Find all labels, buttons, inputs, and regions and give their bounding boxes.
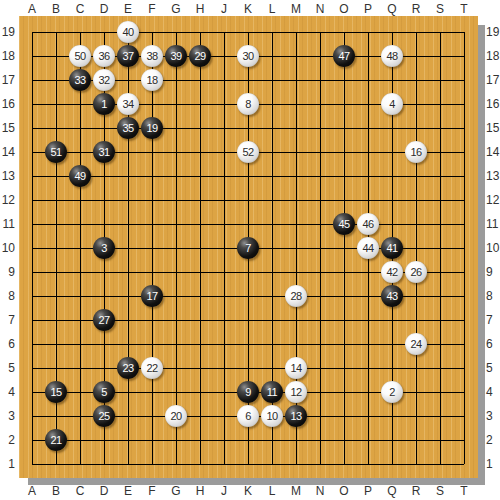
board-point-N3[interactable] xyxy=(308,404,332,428)
board-point-P12[interactable] xyxy=(356,188,380,212)
board-point-Q4[interactable]: 2 xyxy=(380,380,404,404)
board-point-T1[interactable] xyxy=(452,452,476,476)
stone-white-40-E19[interactable]: 40 xyxy=(117,21,139,43)
stone-black-49-C13[interactable]: 49 xyxy=(69,165,91,187)
board-point-K18[interactable]: 30 xyxy=(236,44,260,68)
stone-black-7-K10[interactable]: 7 xyxy=(237,237,259,259)
board-point-N11[interactable] xyxy=(308,212,332,236)
board-point-T2[interactable] xyxy=(452,428,476,452)
board-point-C18[interactable]: 50 xyxy=(68,44,92,68)
board-point-S19[interactable] xyxy=(428,20,452,44)
board-point-T10[interactable] xyxy=(452,236,476,260)
board-point-O3[interactable] xyxy=(332,404,356,428)
board-point-D16[interactable]: 1 xyxy=(92,92,116,116)
board-point-T18[interactable] xyxy=(452,44,476,68)
board-point-B18[interactable] xyxy=(44,44,68,68)
stone-white-36-D18[interactable]: 36 xyxy=(93,45,115,67)
board-point-R14[interactable]: 16 xyxy=(404,140,428,164)
board-point-L17[interactable] xyxy=(260,68,284,92)
stone-white-4-Q16[interactable]: 4 xyxy=(381,93,403,115)
stone-white-42-Q9[interactable]: 42 xyxy=(381,261,403,283)
board-point-M10[interactable] xyxy=(284,236,308,260)
board-point-N17[interactable] xyxy=(308,68,332,92)
board-point-R12[interactable] xyxy=(404,188,428,212)
board-point-O13[interactable] xyxy=(332,164,356,188)
board-point-A15[interactable] xyxy=(20,116,44,140)
board-point-J13[interactable] xyxy=(212,164,236,188)
board-point-J7[interactable] xyxy=(212,308,236,332)
board-point-E18[interactable]: 37 xyxy=(116,44,140,68)
stone-white-22-F5[interactable]: 22 xyxy=(141,357,163,379)
board-point-N5[interactable] xyxy=(308,356,332,380)
board-point-A11[interactable] xyxy=(20,212,44,236)
stone-black-51-B14[interactable]: 51 xyxy=(45,141,67,163)
board-point-L19[interactable] xyxy=(260,20,284,44)
stone-black-39-G18[interactable]: 39 xyxy=(165,45,187,67)
board-point-L18[interactable] xyxy=(260,44,284,68)
board-point-Q17[interactable] xyxy=(380,68,404,92)
board-point-H15[interactable] xyxy=(188,116,212,140)
board-point-L1[interactable] xyxy=(260,452,284,476)
board-point-G14[interactable] xyxy=(164,140,188,164)
board-point-O2[interactable] xyxy=(332,428,356,452)
board-point-E10[interactable] xyxy=(116,236,140,260)
stone-black-11-L4[interactable]: 11 xyxy=(261,381,283,403)
board-point-M12[interactable] xyxy=(284,188,308,212)
board-point-G4[interactable] xyxy=(164,380,188,404)
board-point-T9[interactable] xyxy=(452,260,476,284)
board-point-P4[interactable] xyxy=(356,380,380,404)
stone-white-28-M8[interactable]: 28 xyxy=(285,285,307,307)
stone-white-32-D17[interactable]: 32 xyxy=(93,69,115,91)
board-point-H8[interactable] xyxy=(188,284,212,308)
board-point-F1[interactable] xyxy=(140,452,164,476)
board-point-A18[interactable] xyxy=(20,44,44,68)
board-point-P1[interactable] xyxy=(356,452,380,476)
board-point-T15[interactable] xyxy=(452,116,476,140)
board-point-M19[interactable] xyxy=(284,20,308,44)
board-point-E15[interactable]: 35 xyxy=(116,116,140,140)
board-point-B4[interactable]: 15 xyxy=(44,380,68,404)
board-point-A2[interactable] xyxy=(20,428,44,452)
board-point-D8[interactable] xyxy=(92,284,116,308)
board-point-S12[interactable] xyxy=(428,188,452,212)
board-point-M5[interactable]: 14 xyxy=(284,356,308,380)
board-point-E7[interactable] xyxy=(116,308,140,332)
board-point-O9[interactable] xyxy=(332,260,356,284)
board-point-D7[interactable]: 27 xyxy=(92,308,116,332)
board-point-O16[interactable] xyxy=(332,92,356,116)
board-point-O18[interactable]: 47 xyxy=(332,44,356,68)
board-point-E6[interactable] xyxy=(116,332,140,356)
board-point-K16[interactable]: 8 xyxy=(236,92,260,116)
stone-white-20-G3[interactable]: 20 xyxy=(165,405,187,427)
board-point-F8[interactable]: 17 xyxy=(140,284,164,308)
stone-white-14-M5[interactable]: 14 xyxy=(285,357,307,379)
board-point-C12[interactable] xyxy=(68,188,92,212)
stone-white-24-R6[interactable]: 24 xyxy=(405,333,427,355)
board-point-A16[interactable] xyxy=(20,92,44,116)
board-point-C15[interactable] xyxy=(68,116,92,140)
board-point-R8[interactable] xyxy=(404,284,428,308)
board-point-J1[interactable] xyxy=(212,452,236,476)
board-point-E4[interactable] xyxy=(116,380,140,404)
board-point-F18[interactable]: 38 xyxy=(140,44,164,68)
board-point-G3[interactable]: 20 xyxy=(164,404,188,428)
board-point-N7[interactable] xyxy=(308,308,332,332)
board-point-K14[interactable]: 52 xyxy=(236,140,260,164)
board-point-D14[interactable]: 31 xyxy=(92,140,116,164)
board-point-A17[interactable] xyxy=(20,68,44,92)
board-point-A5[interactable] xyxy=(20,356,44,380)
board-point-H14[interactable] xyxy=(188,140,212,164)
board-point-H16[interactable] xyxy=(188,92,212,116)
board-point-Q16[interactable]: 4 xyxy=(380,92,404,116)
board-point-S9[interactable] xyxy=(428,260,452,284)
board-point-C7[interactable] xyxy=(68,308,92,332)
board-point-J5[interactable] xyxy=(212,356,236,380)
board-point-G9[interactable] xyxy=(164,260,188,284)
stone-white-6-K3[interactable]: 6 xyxy=(237,405,259,427)
board-point-H7[interactable] xyxy=(188,308,212,332)
stone-white-50-C18[interactable]: 50 xyxy=(69,45,91,67)
board-point-M7[interactable] xyxy=(284,308,308,332)
board-point-B3[interactable] xyxy=(44,404,68,428)
board-point-G15[interactable] xyxy=(164,116,188,140)
board-point-F3[interactable] xyxy=(140,404,164,428)
board-point-Q6[interactable] xyxy=(380,332,404,356)
stone-black-43-Q8[interactable]: 43 xyxy=(381,285,403,307)
board-point-K11[interactable] xyxy=(236,212,260,236)
board-point-O8[interactable] xyxy=(332,284,356,308)
board-point-Q7[interactable] xyxy=(380,308,404,332)
board-point-H1[interactable] xyxy=(188,452,212,476)
board-point-E8[interactable] xyxy=(116,284,140,308)
board-point-A14[interactable] xyxy=(20,140,44,164)
board-point-D6[interactable] xyxy=(92,332,116,356)
board-point-T7[interactable] xyxy=(452,308,476,332)
board-point-R2[interactable] xyxy=(404,428,428,452)
stone-white-10-L3[interactable]: 10 xyxy=(261,405,283,427)
board-point-Q13[interactable] xyxy=(380,164,404,188)
board-point-L9[interactable] xyxy=(260,260,284,284)
board-point-O1[interactable] xyxy=(332,452,356,476)
board-point-Q2[interactable] xyxy=(380,428,404,452)
board-point-F19[interactable] xyxy=(140,20,164,44)
board-point-E5[interactable]: 23 xyxy=(116,356,140,380)
board-point-T8[interactable] xyxy=(452,284,476,308)
board-point-P6[interactable] xyxy=(356,332,380,356)
stone-black-37-E18[interactable]: 37 xyxy=(117,45,139,67)
board-point-D13[interactable] xyxy=(92,164,116,188)
board-point-P13[interactable] xyxy=(356,164,380,188)
board-point-C17[interactable]: 33 xyxy=(68,68,92,92)
board-point-R10[interactable] xyxy=(404,236,428,260)
board-point-G19[interactable] xyxy=(164,20,188,44)
board-point-B12[interactable] xyxy=(44,188,68,212)
board-point-F11[interactable] xyxy=(140,212,164,236)
board-point-A3[interactable] xyxy=(20,404,44,428)
board-point-O7[interactable] xyxy=(332,308,356,332)
board-point-H13[interactable] xyxy=(188,164,212,188)
board-point-G8[interactable] xyxy=(164,284,188,308)
stone-black-47-O18[interactable]: 47 xyxy=(333,45,355,67)
board-point-B5[interactable] xyxy=(44,356,68,380)
board-point-T13[interactable] xyxy=(452,164,476,188)
board-point-H11[interactable] xyxy=(188,212,212,236)
board-point-G7[interactable] xyxy=(164,308,188,332)
board-point-P2[interactable] xyxy=(356,428,380,452)
board-point-B10[interactable] xyxy=(44,236,68,260)
board-point-P3[interactable] xyxy=(356,404,380,428)
board-point-G2[interactable] xyxy=(164,428,188,452)
board-point-L4[interactable]: 11 xyxy=(260,380,284,404)
board-point-R18[interactable] xyxy=(404,44,428,68)
board-point-R4[interactable] xyxy=(404,380,428,404)
board-point-A9[interactable] xyxy=(20,260,44,284)
stone-black-19-F15[interactable]: 19 xyxy=(141,117,163,139)
board-point-C1[interactable] xyxy=(68,452,92,476)
board-point-C9[interactable] xyxy=(68,260,92,284)
board-point-J10[interactable] xyxy=(212,236,236,260)
board-point-A10[interactable] xyxy=(20,236,44,260)
board-point-K3[interactable]: 6 xyxy=(236,404,260,428)
board-point-N6[interactable] xyxy=(308,332,332,356)
board-point-M16[interactable] xyxy=(284,92,308,116)
stone-black-1-D16[interactable]: 1 xyxy=(93,93,115,115)
board-point-E12[interactable] xyxy=(116,188,140,212)
board-point-D2[interactable] xyxy=(92,428,116,452)
board-point-N2[interactable] xyxy=(308,428,332,452)
board-point-K15[interactable] xyxy=(236,116,260,140)
board-point-J2[interactable] xyxy=(212,428,236,452)
board-point-O11[interactable]: 45 xyxy=(332,212,356,236)
board-point-H12[interactable] xyxy=(188,188,212,212)
board-point-T3[interactable] xyxy=(452,404,476,428)
stone-white-26-R9[interactable]: 26 xyxy=(405,261,427,283)
board-point-H19[interactable] xyxy=(188,20,212,44)
board-point-N10[interactable] xyxy=(308,236,332,260)
stone-black-25-D3[interactable]: 25 xyxy=(93,405,115,427)
board-point-M14[interactable] xyxy=(284,140,308,164)
board-point-T12[interactable] xyxy=(452,188,476,212)
board-point-B15[interactable] xyxy=(44,116,68,140)
stone-black-3-D10[interactable]: 3 xyxy=(93,237,115,259)
board-point-C2[interactable] xyxy=(68,428,92,452)
board-point-P10[interactable]: 44 xyxy=(356,236,380,260)
board-point-M11[interactable] xyxy=(284,212,308,236)
board-point-S2[interactable] xyxy=(428,428,452,452)
board-point-M17[interactable] xyxy=(284,68,308,92)
board-point-L13[interactable] xyxy=(260,164,284,188)
board-point-N9[interactable] xyxy=(308,260,332,284)
board-point-Q1[interactable] xyxy=(380,452,404,476)
board-point-C13[interactable]: 49 xyxy=(68,164,92,188)
board-point-T11[interactable] xyxy=(452,212,476,236)
board-point-L7[interactable] xyxy=(260,308,284,332)
board-point-L5[interactable] xyxy=(260,356,284,380)
board-point-N8[interactable] xyxy=(308,284,332,308)
stone-white-52-K14[interactable]: 52 xyxy=(237,141,259,163)
board-point-B17[interactable] xyxy=(44,68,68,92)
board-point-D9[interactable] xyxy=(92,260,116,284)
board-point-T17[interactable] xyxy=(452,68,476,92)
board-point-M13[interactable] xyxy=(284,164,308,188)
board-point-R7[interactable] xyxy=(404,308,428,332)
board-point-A19[interactable] xyxy=(20,20,44,44)
board-point-N19[interactable] xyxy=(308,20,332,44)
board-point-K12[interactable] xyxy=(236,188,260,212)
board-point-M2[interactable] xyxy=(284,428,308,452)
stone-black-9-K4[interactable]: 9 xyxy=(237,381,259,403)
board-point-Q12[interactable] xyxy=(380,188,404,212)
board-point-H17[interactable] xyxy=(188,68,212,92)
board-point-K17[interactable] xyxy=(236,68,260,92)
board-point-D15[interactable] xyxy=(92,116,116,140)
board-point-D18[interactable]: 36 xyxy=(92,44,116,68)
board-point-S6[interactable] xyxy=(428,332,452,356)
board-point-M15[interactable] xyxy=(284,116,308,140)
board-point-Q5[interactable] xyxy=(380,356,404,380)
board-point-R3[interactable] xyxy=(404,404,428,428)
board-point-N12[interactable] xyxy=(308,188,332,212)
board-point-O4[interactable] xyxy=(332,380,356,404)
board-point-H5[interactable] xyxy=(188,356,212,380)
stone-black-31-D14[interactable]: 31 xyxy=(93,141,115,163)
board-point-K6[interactable] xyxy=(236,332,260,356)
board-point-H4[interactable] xyxy=(188,380,212,404)
board-point-S5[interactable] xyxy=(428,356,452,380)
board-point-E19[interactable]: 40 xyxy=(116,20,140,44)
board-point-Q8[interactable]: 43 xyxy=(380,284,404,308)
board-point-G5[interactable] xyxy=(164,356,188,380)
board-point-E16[interactable]: 34 xyxy=(116,92,140,116)
board-point-L16[interactable] xyxy=(260,92,284,116)
stone-black-33-C17[interactable]: 33 xyxy=(69,69,91,91)
board-point-F12[interactable] xyxy=(140,188,164,212)
board-point-B19[interactable] xyxy=(44,20,68,44)
board-point-K7[interactable] xyxy=(236,308,260,332)
board-point-R9[interactable]: 26 xyxy=(404,260,428,284)
board-point-B9[interactable] xyxy=(44,260,68,284)
board-point-M8[interactable]: 28 xyxy=(284,284,308,308)
board-point-S13[interactable] xyxy=(428,164,452,188)
board-point-J6[interactable] xyxy=(212,332,236,356)
board-point-P7[interactable] xyxy=(356,308,380,332)
board-point-Q18[interactable]: 48 xyxy=(380,44,404,68)
board-point-H10[interactable] xyxy=(188,236,212,260)
board-point-K2[interactable] xyxy=(236,428,260,452)
board-point-B13[interactable] xyxy=(44,164,68,188)
board-point-P8[interactable] xyxy=(356,284,380,308)
board-point-O17[interactable] xyxy=(332,68,356,92)
board-point-Q15[interactable] xyxy=(380,116,404,140)
stone-white-12-M4[interactable]: 12 xyxy=(285,381,307,403)
board-point-K8[interactable] xyxy=(236,284,260,308)
board-point-P16[interactable] xyxy=(356,92,380,116)
board-point-H2[interactable] xyxy=(188,428,212,452)
board-point-N4[interactable] xyxy=(308,380,332,404)
board-point-S8[interactable] xyxy=(428,284,452,308)
board-point-P15[interactable] xyxy=(356,116,380,140)
stone-black-17-F8[interactable]: 17 xyxy=(141,285,163,307)
board-point-J9[interactable] xyxy=(212,260,236,284)
board-point-J14[interactable] xyxy=(212,140,236,164)
board-point-P17[interactable] xyxy=(356,68,380,92)
board-point-M18[interactable] xyxy=(284,44,308,68)
board-point-K1[interactable] xyxy=(236,452,260,476)
stone-black-13-M3[interactable]: 13 xyxy=(285,405,307,427)
board-point-S14[interactable] xyxy=(428,140,452,164)
board-point-R16[interactable] xyxy=(404,92,428,116)
board-point-T6[interactable] xyxy=(452,332,476,356)
board-point-K10[interactable]: 7 xyxy=(236,236,260,260)
board-point-P9[interactable] xyxy=(356,260,380,284)
board-point-K19[interactable] xyxy=(236,20,260,44)
board-point-N13[interactable] xyxy=(308,164,332,188)
board-point-E11[interactable] xyxy=(116,212,140,236)
board-point-S4[interactable] xyxy=(428,380,452,404)
board-point-H9[interactable] xyxy=(188,260,212,284)
board-point-J16[interactable] xyxy=(212,92,236,116)
board-point-O12[interactable] xyxy=(332,188,356,212)
board-point-J15[interactable] xyxy=(212,116,236,140)
board-point-G11[interactable] xyxy=(164,212,188,236)
board-point-A13[interactable] xyxy=(20,164,44,188)
board-point-F10[interactable] xyxy=(140,236,164,260)
board-point-T5[interactable] xyxy=(452,356,476,380)
board-point-B8[interactable] xyxy=(44,284,68,308)
board-point-Q11[interactable] xyxy=(380,212,404,236)
board-point-B11[interactable] xyxy=(44,212,68,236)
board-point-J4[interactable] xyxy=(212,380,236,404)
board-point-S3[interactable] xyxy=(428,404,452,428)
board-point-S10[interactable] xyxy=(428,236,452,260)
board-point-H6[interactable] xyxy=(188,332,212,356)
board-point-N15[interactable] xyxy=(308,116,332,140)
stone-white-2-Q4[interactable]: 2 xyxy=(381,381,403,403)
board-point-R15[interactable] xyxy=(404,116,428,140)
board-point-J12[interactable] xyxy=(212,188,236,212)
board-point-C11[interactable] xyxy=(68,212,92,236)
board-point-L11[interactable] xyxy=(260,212,284,236)
board-point-D3[interactable]: 25 xyxy=(92,404,116,428)
board-point-E3[interactable] xyxy=(116,404,140,428)
board-point-B1[interactable] xyxy=(44,452,68,476)
board-point-S17[interactable] xyxy=(428,68,452,92)
board-point-G10[interactable] xyxy=(164,236,188,260)
stone-black-27-D7[interactable]: 27 xyxy=(93,309,115,331)
board-point-R13[interactable] xyxy=(404,164,428,188)
board-point-J3[interactable] xyxy=(212,404,236,428)
board-point-K4[interactable]: 9 xyxy=(236,380,260,404)
board-point-S16[interactable] xyxy=(428,92,452,116)
board-point-N1[interactable] xyxy=(308,452,332,476)
board-point-N16[interactable] xyxy=(308,92,332,116)
board-point-B2[interactable]: 21 xyxy=(44,428,68,452)
board-point-F4[interactable] xyxy=(140,380,164,404)
board-point-G12[interactable] xyxy=(164,188,188,212)
board-point-C19[interactable] xyxy=(68,20,92,44)
board-point-D17[interactable]: 32 xyxy=(92,68,116,92)
board-point-R17[interactable] xyxy=(404,68,428,92)
board-point-Q9[interactable]: 42 xyxy=(380,260,404,284)
board-point-J11[interactable] xyxy=(212,212,236,236)
board-point-F7[interactable] xyxy=(140,308,164,332)
board-point-A4[interactable] xyxy=(20,380,44,404)
board-point-E9[interactable] xyxy=(116,260,140,284)
board-point-D10[interactable]: 3 xyxy=(92,236,116,260)
